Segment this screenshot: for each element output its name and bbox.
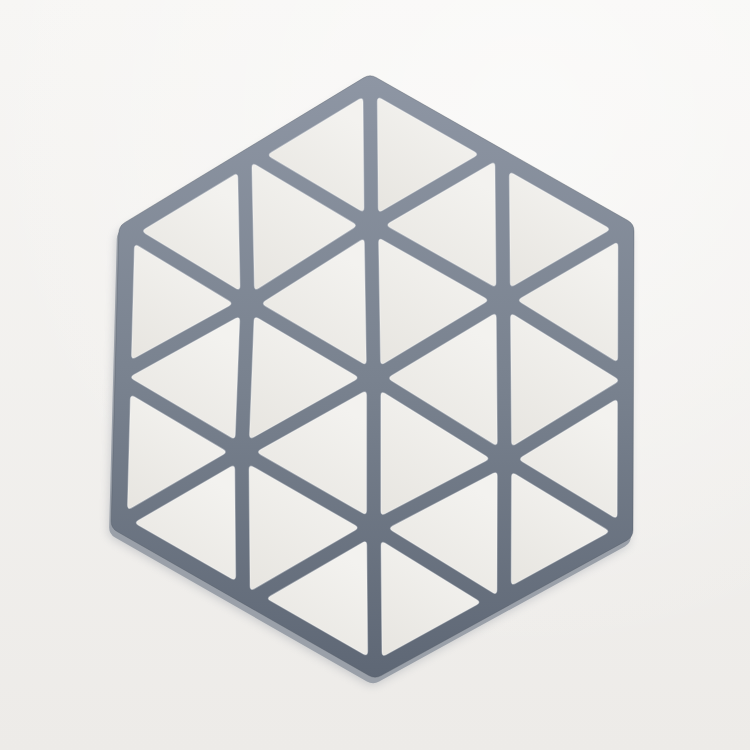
photo-stage [0, 0, 750, 750]
trivet-photo [0, 0, 750, 750]
